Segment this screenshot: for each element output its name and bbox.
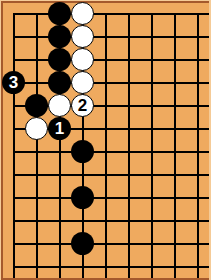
white-stone — [71, 2, 94, 25]
go-board-diagram: 321 — [0, 0, 211, 280]
move-number-label: 3 — [9, 74, 18, 91]
grid-line-horizontal — [13, 197, 210, 199]
black-stone — [71, 186, 94, 209]
black-stone — [48, 2, 71, 25]
black-stone — [48, 25, 71, 48]
move-number-label: 1 — [55, 120, 64, 137]
black-stone-move-3: 3 — [2, 71, 25, 94]
white-stone — [71, 71, 94, 94]
grid-line-horizontal — [13, 174, 210, 176]
grid-line-vertical — [36, 13, 38, 279]
grid-line-horizontal — [13, 36, 210, 38]
white-stone — [71, 25, 94, 48]
grid-line-horizontal — [13, 220, 210, 222]
grid-line-horizontal — [13, 82, 210, 84]
black-stone — [25, 94, 48, 117]
grid-line-horizontal — [13, 59, 210, 61]
white-stone — [71, 48, 94, 71]
white-stone-move-2: 2 — [71, 94, 94, 117]
grid-line-horizontal — [13, 266, 210, 268]
grid-line-vertical — [174, 13, 176, 279]
move-number-label: 2 — [78, 97, 87, 114]
grid-line-vertical — [13, 13, 15, 279]
white-stone — [25, 117, 48, 140]
grid-line-vertical — [128, 13, 130, 279]
black-stone-move-1: 1 — [48, 117, 71, 140]
black-stone — [71, 232, 94, 255]
grid-line-horizontal — [13, 243, 210, 245]
grid-line-horizontal — [13, 13, 210, 15]
grid-line-vertical — [151, 13, 153, 279]
grid-line-horizontal — [13, 151, 210, 153]
black-stone — [71, 140, 94, 163]
grid-line-vertical — [197, 13, 199, 279]
white-stone — [48, 94, 71, 117]
black-stone — [48, 71, 71, 94]
black-stone — [48, 48, 71, 71]
grid-line-vertical — [105, 13, 107, 279]
